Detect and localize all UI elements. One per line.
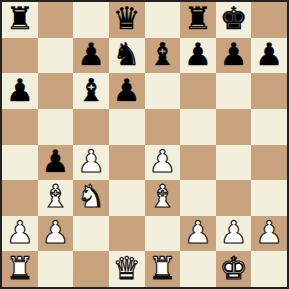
piece-white-pawn[interactable]: ♟ <box>148 146 176 177</box>
square-d8[interactable]: ♛ <box>109 2 145 38</box>
square-a4[interactable] <box>2 145 38 181</box>
square-b2[interactable]: ♟ <box>38 216 74 252</box>
piece-white-pawn[interactable]: ♟ <box>255 217 283 248</box>
square-d5[interactable] <box>109 109 145 145</box>
square-a8[interactable]: ♜ <box>2 2 38 38</box>
piece-black-pawn[interactable]: ♟ <box>77 39 105 70</box>
piece-white-pawn[interactable]: ♟ <box>220 217 248 248</box>
square-f4[interactable] <box>180 145 216 181</box>
square-d1[interactable]: ♛ <box>109 251 145 287</box>
piece-white-pawn[interactable]: ♟ <box>6 217 34 248</box>
piece-black-knight[interactable]: ♞ <box>113 39 141 70</box>
piece-white-bishop[interactable]: ♝ <box>148 181 176 212</box>
square-a2[interactable]: ♟ <box>2 216 38 252</box>
square-b8[interactable] <box>38 2 74 38</box>
square-d2[interactable] <box>109 216 145 252</box>
square-f2[interactable]: ♟ <box>180 216 216 252</box>
piece-white-pawn[interactable]: ♟ <box>77 146 105 177</box>
square-c8[interactable] <box>73 2 109 38</box>
square-c4[interactable]: ♟ <box>73 145 109 181</box>
square-f7[interactable]: ♟ <box>180 38 216 74</box>
square-g6[interactable] <box>216 73 252 109</box>
square-f8[interactable]: ♜ <box>180 2 216 38</box>
piece-black-pawn[interactable]: ♟ <box>113 75 141 106</box>
piece-white-king[interactable]: ♚ <box>220 253 248 284</box>
square-h4[interactable] <box>251 145 287 181</box>
square-h2[interactable]: ♟ <box>251 216 287 252</box>
piece-black-king[interactable]: ♚ <box>220 3 248 34</box>
square-d6[interactable]: ♟ <box>109 73 145 109</box>
piece-black-pawn[interactable]: ♟ <box>42 146 70 177</box>
piece-black-bishop[interactable]: ♝ <box>77 75 105 106</box>
square-e8[interactable] <box>145 2 181 38</box>
square-a7[interactable] <box>2 38 38 74</box>
square-g1[interactable]: ♚ <box>216 251 252 287</box>
square-h5[interactable] <box>251 109 287 145</box>
piece-white-bishop[interactable]: ♝ <box>42 181 70 212</box>
square-c1[interactable] <box>73 251 109 287</box>
square-g4[interactable] <box>216 145 252 181</box>
square-b6[interactable] <box>38 73 74 109</box>
square-f1[interactable] <box>180 251 216 287</box>
square-h7[interactable]: ♟ <box>251 38 287 74</box>
square-d3[interactable] <box>109 180 145 216</box>
square-e7[interactable]: ♝ <box>145 38 181 74</box>
square-c5[interactable] <box>73 109 109 145</box>
square-c6[interactable]: ♝ <box>73 73 109 109</box>
piece-black-pawn[interactable]: ♟ <box>255 39 283 70</box>
square-h3[interactable] <box>251 180 287 216</box>
square-h6[interactable] <box>251 73 287 109</box>
piece-white-pawn[interactable]: ♟ <box>42 217 70 248</box>
square-f5[interactable] <box>180 109 216 145</box>
square-e4[interactable]: ♟ <box>145 145 181 181</box>
square-b7[interactable] <box>38 38 74 74</box>
piece-black-pawn[interactable]: ♟ <box>6 75 34 106</box>
square-d7[interactable]: ♞ <box>109 38 145 74</box>
piece-black-rook[interactable]: ♜ <box>6 3 34 34</box>
piece-black-queen[interactable]: ♛ <box>113 3 141 34</box>
square-e3[interactable]: ♝ <box>145 180 181 216</box>
square-f3[interactable] <box>180 180 216 216</box>
piece-white-knight[interactable]: ♞ <box>77 181 105 212</box>
square-g7[interactable]: ♟ <box>216 38 252 74</box>
piece-black-pawn[interactable]: ♟ <box>220 39 248 70</box>
square-b4[interactable]: ♟ <box>38 145 74 181</box>
piece-black-pawn[interactable]: ♟ <box>184 39 212 70</box>
square-g5[interactable] <box>216 109 252 145</box>
piece-white-pawn[interactable]: ♟ <box>184 217 212 248</box>
square-a6[interactable]: ♟ <box>2 73 38 109</box>
square-e6[interactable] <box>145 73 181 109</box>
piece-white-rook[interactable]: ♜ <box>6 253 34 284</box>
square-e2[interactable] <box>145 216 181 252</box>
square-a5[interactable] <box>2 109 38 145</box>
square-g2[interactable]: ♟ <box>216 216 252 252</box>
square-a1[interactable]: ♜ <box>2 251 38 287</box>
square-c7[interactable]: ♟ <box>73 38 109 74</box>
square-h8[interactable] <box>251 2 287 38</box>
square-b3[interactable]: ♝ <box>38 180 74 216</box>
square-d4[interactable] <box>109 145 145 181</box>
square-b1[interactable] <box>38 251 74 287</box>
square-b5[interactable] <box>38 109 74 145</box>
piece-white-queen[interactable]: ♛ <box>113 253 141 284</box>
piece-black-bishop[interactable]: ♝ <box>148 39 176 70</box>
square-c2[interactable] <box>73 216 109 252</box>
square-a3[interactable] <box>2 180 38 216</box>
square-c3[interactable]: ♞ <box>73 180 109 216</box>
square-g3[interactable] <box>216 180 252 216</box>
square-e1[interactable]: ♜ <box>145 251 181 287</box>
square-g8[interactable]: ♚ <box>216 2 252 38</box>
square-h1[interactable] <box>251 251 287 287</box>
chess-board-frame: ♜♛♜♚♟♞♝♟♟♟♟♝♟♟♟♟♝♞♝♟♟♟♟♟♜♛♜♚ <box>0 0 289 289</box>
chess-board: ♜♛♜♚♟♞♝♟♟♟♟♝♟♟♟♟♝♞♝♟♟♟♟♟♜♛♜♚ <box>2 2 287 287</box>
piece-white-rook[interactable]: ♜ <box>148 253 176 284</box>
square-e5[interactable] <box>145 109 181 145</box>
square-f6[interactable] <box>180 73 216 109</box>
piece-black-rook[interactable]: ♜ <box>184 3 212 34</box>
